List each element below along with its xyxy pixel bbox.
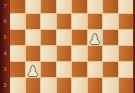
square-f2[interactable] (88, 78, 103, 93)
white-pawn[interactable]: ♟ (26, 64, 39, 78)
square-a2[interactable] (10, 78, 25, 93)
square-c3[interactable] (41, 62, 56, 77)
square-e6[interactable] (72, 14, 87, 29)
square-b2[interactable] (26, 78, 41, 93)
square-d6[interactable] (57, 14, 72, 29)
board-frame-right (133, 0, 135, 93)
square-d3[interactable] (57, 62, 72, 77)
square-a5[interactable] (10, 30, 25, 45)
square-f5[interactable]: ♟ (88, 30, 103, 45)
square-d5[interactable] (57, 30, 72, 45)
rank-label-5: 5 (1, 35, 9, 40)
square-f4[interactable] (88, 46, 103, 61)
square-c6[interactable] (41, 14, 56, 29)
square-f6[interactable] (88, 14, 103, 29)
rank-label-4: 4 (1, 51, 9, 56)
square-g2[interactable] (103, 78, 118, 93)
rank-label-3: 3 (1, 67, 9, 72)
board-frame-left: 765432 (0, 0, 10, 93)
chess-board: 765432 ♟♟ (0, 0, 135, 93)
square-a4[interactable] (10, 46, 25, 61)
square-b4[interactable] (26, 46, 41, 61)
square-b7[interactable] (26, 0, 41, 13)
square-e2[interactable] (72, 78, 87, 93)
square-d4[interactable] (57, 46, 72, 61)
rank-label-6: 6 (1, 19, 9, 24)
square-a3[interactable] (10, 62, 25, 77)
board-squares: ♟♟ (10, 0, 133, 93)
rank-label-2: 2 (1, 83, 9, 88)
square-f7[interactable] (88, 0, 103, 13)
square-b3[interactable]: ♟ (26, 62, 41, 77)
square-a7[interactable] (10, 0, 25, 13)
square-g3[interactable] (103, 62, 118, 77)
square-e3[interactable] (72, 62, 87, 77)
square-e5[interactable] (72, 30, 87, 45)
white-pawn[interactable]: ♟ (88, 32, 101, 46)
square-f3[interactable] (88, 62, 103, 77)
square-g4[interactable] (103, 46, 118, 61)
square-h2[interactable] (119, 78, 134, 93)
square-c4[interactable] (41, 46, 56, 61)
square-h5[interactable] (119, 30, 134, 45)
square-h7[interactable] (119, 0, 134, 13)
square-g6[interactable] (103, 14, 118, 29)
square-b6[interactable] (26, 14, 41, 29)
square-a6[interactable] (10, 14, 25, 29)
square-e4[interactable] (72, 46, 87, 61)
square-c2[interactable] (41, 78, 56, 93)
square-d7[interactable] (57, 0, 72, 13)
square-b5[interactable] (26, 30, 41, 45)
square-c7[interactable] (41, 0, 56, 13)
square-e7[interactable] (72, 0, 87, 13)
rank-label-7: 7 (1, 4, 9, 9)
square-h3[interactable] (119, 62, 134, 77)
square-d2[interactable] (57, 78, 72, 93)
square-g5[interactable] (103, 30, 118, 45)
square-g7[interactable] (103, 0, 118, 13)
square-h4[interactable] (119, 46, 134, 61)
square-c5[interactable] (41, 30, 56, 45)
square-h6[interactable] (119, 14, 134, 29)
